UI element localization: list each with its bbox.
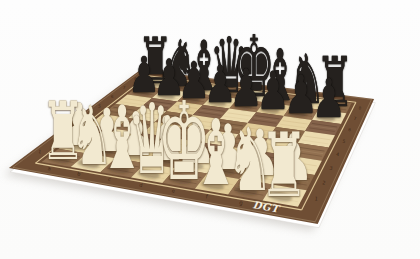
piece-white-rook-h1[interactable]: ♜ bbox=[259, 122, 308, 211]
chess-set-photo: abcdefgh8877665544332211DGT ♜♞♝♛♚♝♞♜♟♟♟♟… bbox=[0, 0, 420, 259]
piece-black-pawn-h7[interactable]: ♟ bbox=[311, 72, 346, 126]
